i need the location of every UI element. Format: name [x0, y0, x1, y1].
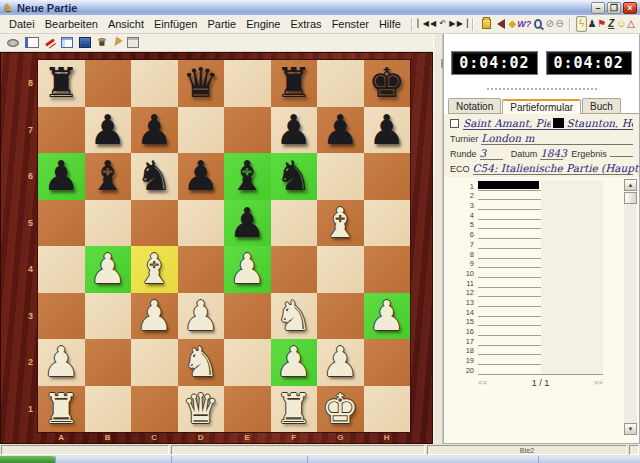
white-rook-f1: ♜: [275, 386, 312, 432]
main-content: ♛ 87654321 ♜♛♜♚♟♟♟♟♟♟♝♞♟♝♞♟♝♟♝♟♟♟♞♟♟♞♟♟♜…: [0, 34, 640, 444]
square-g1[interactable]: ♚: [317, 386, 364, 433]
square-a1[interactable]: ♜: [38, 386, 85, 433]
runde-value[interactable]: 3: [480, 147, 487, 159]
black-pawn-c7: ♟: [136, 107, 173, 153]
rank-labels: 87654321: [1, 60, 38, 432]
move-number: 18: [454, 346, 474, 355]
file-label-e: E: [224, 433, 271, 442]
tab-bar: Notation Partieformular Buch: [448, 98, 639, 114]
move-number: 14: [454, 308, 474, 317]
black-rook-a8: ♜: [43, 60, 80, 106]
forward-button[interactable]: ▶: [447, 17, 457, 31]
square-g8[interactable]: [317, 60, 364, 107]
eco-label: ECO: [450, 164, 470, 174]
minimize-button[interactable]: –: [591, 2, 605, 14]
file-label-f: F: [271, 433, 318, 442]
hint-icon[interactable]: W?: [517, 17, 531, 31]
back-button[interactable]: ◀: [428, 17, 438, 31]
square-c5[interactable]: [131, 200, 178, 247]
black-pawn-h7: ♟: [368, 107, 405, 153]
black-pawn-f7: ♟: [275, 107, 312, 153]
square-e6[interactable]: ♝: [224, 153, 271, 200]
turnier-value[interactable]: London m: [481, 132, 534, 144]
archive-icon[interactable]: [127, 37, 139, 48]
page-next-button[interactable]: >>: [594, 378, 603, 387]
square-a7[interactable]: [38, 107, 85, 154]
black-pawn-g7: ♟: [322, 107, 359, 153]
datum-label: Datum: [511, 149, 538, 159]
black-move-cell-20[interactable]: [541, 364, 604, 375]
app-window: ♞ Neue Partie – ❐ × Datei Bearbeiten Ans…: [0, 0, 640, 463]
white-queen-d1: ♛: [182, 386, 219, 432]
scroll-down-icon[interactable]: ▼: [624, 423, 637, 435]
white-pawn-f2: ♟: [275, 339, 312, 385]
white-player-name[interactable]: Saint Amant, Pierre Cha: [463, 117, 551, 129]
white-bishop-c4: ♝: [136, 246, 173, 292]
taskbar-button[interactable]: [539, 456, 640, 463]
square-f3[interactable]: ♞: [271, 293, 318, 340]
move-number: 6: [454, 230, 474, 239]
square-d4[interactable]: [178, 246, 225, 293]
square-c6[interactable]: ♞: [131, 153, 178, 200]
square-b7[interactable]: ♟: [85, 107, 132, 154]
square-b1[interactable]: [85, 386, 132, 433]
menu-fenster[interactable]: Fenster: [327, 17, 374, 31]
move-number: 16: [454, 327, 474, 336]
file-label-d: D: [178, 433, 225, 442]
square-a3[interactable]: [38, 293, 85, 340]
black-rook-f8: ♜: [275, 60, 312, 106]
menu-einfuegen[interactable]: Einfügen: [149, 17, 202, 31]
black-pawn-e5: ♟: [229, 200, 266, 246]
square-a8[interactable]: ♜: [38, 60, 85, 107]
notation-book-icon[interactable]: [25, 37, 39, 48]
square-g6[interactable]: [317, 153, 364, 200]
black-bishop-e6: ♝: [229, 153, 266, 199]
square-g7[interactable]: ♟: [317, 107, 364, 154]
square-b6[interactable]: ♝: [85, 153, 132, 200]
square-d3[interactable]: ♟: [178, 293, 225, 340]
toolbar-separator: [472, 18, 474, 31]
rank-label-4: 4: [1, 246, 38, 293]
file-label-b: B: [85, 433, 132, 442]
square-g5[interactable]: ♝: [317, 200, 364, 247]
square-g2[interactable]: ♟: [317, 339, 364, 386]
new-game-icon[interactable]: [482, 19, 491, 29]
clock-row: 0:04:02 0:04:02: [444, 50, 639, 76]
square-h3[interactable]: ♟: [364, 293, 411, 340]
square-h4[interactable]: [364, 246, 411, 293]
square-h2[interactable]: [364, 339, 411, 386]
white-pawn-e4: ♟: [229, 246, 266, 292]
square-e7[interactable]: [224, 107, 271, 154]
square-b8[interactable]: [85, 60, 132, 107]
restore-button[interactable]: ❐: [607, 2, 621, 14]
square-f7[interactable]: ♟: [271, 107, 318, 154]
file-label-a: A: [38, 433, 85, 442]
move-number: 11: [454, 279, 474, 288]
scrollbar-track[interactable]: [624, 204, 637, 423]
status-segment-right: [629, 445, 639, 455]
menu-ansicht[interactable]: Ansicht: [103, 17, 149, 31]
title-bar: ♞ Neue Partie – ❐ ×: [0, 0, 640, 15]
smiley-icon[interactable]: ☺: [616, 17, 626, 31]
pane-splitter[interactable]: [433, 34, 443, 444]
square-d6[interactable]: ♟: [178, 153, 225, 200]
white-rook-a1: ♜: [43, 386, 80, 432]
square-d5[interactable]: [178, 200, 225, 247]
move-number: 17: [454, 337, 474, 346]
square-a5[interactable]: [38, 200, 85, 247]
toolbar-separator: [411, 18, 413, 31]
black-player-name[interactable]: Staunton, Howard: [566, 117, 633, 129]
menu-bar: Datei Bearbeiten Ansicht Einfügen Partie…: [0, 15, 640, 34]
taskbar-button[interactable]: [308, 456, 538, 463]
square-d2[interactable]: ♞: [178, 339, 225, 386]
red-pen-icon[interactable]: [45, 38, 55, 46]
white-move-cell-20[interactable]: [478, 364, 541, 375]
square-h6[interactable]: [364, 153, 411, 200]
app-knight-icon: ♞: [3, 2, 13, 13]
square-h1[interactable]: [364, 386, 411, 433]
black-bishop-b6: ♝: [89, 153, 126, 199]
black-king-h8: ♚: [368, 60, 405, 106]
white-pawn-b4: ♟: [89, 246, 126, 292]
eco-value[interactable]: C54: Italienische Partie (Hauptvariante): [473, 162, 640, 174]
square-d1[interactable]: ♛: [178, 386, 225, 433]
move-number: 20: [454, 366, 474, 375]
move-number: 5: [454, 220, 474, 229]
square-b2[interactable]: [85, 339, 132, 386]
square-c1[interactable]: [131, 386, 178, 433]
white-pawn-d3: ♟: [182, 293, 219, 339]
turnier-label: Turnier: [450, 134, 478, 144]
triangle-icon[interactable]: △: [626, 17, 636, 31]
minus-icon[interactable]: ⊖: [555, 17, 565, 31]
game-form: Saint Amant, Pierre Cha Staunton, Howard…: [444, 114, 639, 177]
black-clock: 0:04:02: [546, 51, 632, 75]
white-king-g1: ♚: [322, 386, 359, 432]
players-checkbox[interactable]: [450, 119, 459, 128]
square-h5[interactable]: [364, 200, 411, 247]
square-c4[interactable]: ♝: [131, 246, 178, 293]
square-d7[interactable]: [178, 107, 225, 154]
square-c3[interactable]: ♟: [131, 293, 178, 340]
white-pawn-a2: ♟: [43, 339, 80, 385]
white-knight-f3: ♞: [275, 293, 312, 339]
window-title: Neue Partie: [17, 2, 589, 14]
menu-hilfe[interactable]: Hilfe: [374, 17, 406, 31]
square-b3[interactable]: [85, 293, 132, 340]
square-c7[interactable]: ♟: [131, 107, 178, 154]
rank-label-7: 7: [1, 107, 38, 154]
square-g4[interactable]: [317, 246, 364, 293]
square-c2[interactable]: [131, 339, 178, 386]
move-number: 15: [454, 317, 474, 326]
rank-label-6: 6: [1, 153, 38, 200]
move-row-20: 20: [454, 365, 603, 375]
runde-label: Runde: [450, 149, 477, 159]
file-label-c: C: [131, 433, 178, 442]
menu-partie[interactable]: Partie: [202, 17, 241, 31]
square-h7[interactable]: ♟: [364, 107, 411, 154]
toolbar-separator: [569, 18, 571, 31]
menu-engine[interactable]: Engine: [241, 17, 285, 31]
search-icon[interactable]: [534, 19, 542, 29]
goto-start-button[interactable]: ▏◀: [418, 17, 428, 31]
square-a2[interactable]: ♟: [38, 339, 85, 386]
square-c8[interactable]: [131, 60, 178, 107]
status-segment-left: [1, 445, 169, 455]
square-h8[interactable]: ♚: [364, 60, 411, 107]
move-number: 2: [454, 191, 474, 200]
white-pawn-h3: ♟: [368, 293, 405, 339]
square-e1[interactable]: [224, 386, 271, 433]
square-e5[interactable]: ♟: [224, 200, 271, 247]
window-layout-icon[interactable]: [61, 37, 73, 48]
board-grid: ♜♛♜♚♟♟♟♟♟♟♝♞♟♝♞♟♝♟♝♟♟♟♞♟♟♞♟♟♜♛♜♚: [38, 60, 410, 432]
square-b5[interactable]: [85, 200, 132, 247]
black-knight-c6: ♞: [136, 153, 173, 199]
notation-scrollbar[interactable]: ▲ ▼: [624, 179, 637, 435]
splitter-handle[interactable]: [487, 88, 597, 90]
white-clock-marker[interactable]: [441, 59, 443, 68]
move-number: 12: [454, 288, 474, 297]
blitz-lightning-icon[interactable]: ϟ: [576, 16, 588, 32]
white-bishop-g5: ♝: [322, 200, 359, 246]
move-number: 10: [454, 269, 474, 278]
datum-value[interactable]: 1843: [540, 147, 567, 159]
taskbar-button[interactable]: [172, 456, 307, 463]
menu-datei[interactable]: Datei: [4, 17, 40, 31]
black-queen-d8: ♛: [182, 60, 219, 106]
square-e8[interactable]: [224, 60, 271, 107]
start-button-sliver[interactable]: [0, 456, 55, 463]
takeback-icon[interactable]: ↶: [437, 17, 447, 31]
monitor-icon[interactable]: [79, 37, 91, 48]
rank-label-3: 3: [1, 293, 38, 340]
move-number: 19: [454, 356, 474, 365]
square-g3[interactable]: [317, 293, 364, 340]
taskbar-button[interactable]: [56, 456, 171, 463]
black-pawn-a6: ♟: [43, 153, 80, 199]
white-clock: 0:04:02: [451, 51, 537, 75]
ergebnis-label: Ergebnis: [571, 149, 607, 159]
square-e4[interactable]: ♟: [224, 246, 271, 293]
tab-buch[interactable]: Buch: [582, 98, 621, 113]
diamond-icon[interactable]: ◆: [508, 17, 518, 31]
pen-nib-icon[interactable]: [111, 37, 123, 49]
rank-label-1: 1: [1, 386, 38, 433]
board-frame: 87654321 ♜♛♜♚♟♟♟♟♟♟♝♞♟♝♞♟♝♟♝♟♟♟♞♟♟♞♟♟♜♛♜…: [0, 52, 433, 444]
rank-label-2: 2: [1, 339, 38, 386]
move-number: 9: [454, 259, 474, 268]
black-pawn-d6: ♟: [182, 153, 219, 199]
square-e2[interactable]: [224, 339, 271, 386]
white-knight-d2: ♞: [182, 339, 219, 385]
move-number: 8: [454, 250, 474, 259]
rank-label-5: 5: [1, 200, 38, 247]
forbidden-icon[interactable]: ⊘: [545, 17, 555, 31]
file-labels: ABCDEFGH: [38, 432, 410, 443]
edit-cursor: [553, 118, 564, 128]
close-button[interactable]: ×: [623, 2, 637, 14]
funnel-icon[interactable]: [497, 19, 505, 29]
square-f1[interactable]: ♜: [271, 386, 318, 433]
secondary-toolbar: ♛: [0, 34, 433, 52]
pawn-icon[interactable]: ♟: [587, 17, 597, 31]
scrollbar-thumb[interactable]: [624, 192, 637, 204]
menu-bearbeiten[interactable]: Bearbeiten: [40, 17, 103, 31]
tab-partieformular[interactable]: Partieformular: [502, 99, 581, 114]
queen-icon[interactable]: ♛: [97, 37, 107, 48]
eraser-icon[interactable]: [7, 39, 19, 47]
black-pawn-b7: ♟: [89, 107, 126, 153]
move-rows: 1234567891011121314151617181920: [454, 181, 603, 375]
tab-notation[interactable]: Notation: [448, 98, 501, 113]
white-pawn-g2: ♟: [322, 339, 359, 385]
taskbar-sliver: [0, 456, 640, 463]
board-pane: ♛ 87654321 ♜♛♜♚♟♟♟♟♟♟♝♞♟♝♞♟♝♟♝♟♟♟♞♟♟♞♟♟♜…: [0, 34, 433, 444]
square-e3[interactable]: [224, 293, 271, 340]
square-a6[interactable]: ♟: [38, 153, 85, 200]
move-number: 1: [454, 182, 474, 191]
notation-pane: 0:04:02 0:04:02 Notation Partieformular …: [443, 34, 640, 444]
square-b4[interactable]: ♟: [85, 246, 132, 293]
move-number: 3: [454, 201, 474, 210]
square-f4[interactable]: [271, 246, 318, 293]
file-label-h: H: [364, 433, 411, 442]
rank-label-8: 8: [1, 60, 38, 107]
page-prev-button[interactable]: <<: [478, 378, 487, 387]
move-number: 13: [454, 298, 474, 307]
move-number: 7: [454, 240, 474, 249]
goto-end-button[interactable]: ▶▕: [457, 17, 467, 31]
sheet-pager: << 1 / 1 >>: [454, 378, 603, 388]
square-f8[interactable]: ♜: [271, 60, 318, 107]
square-a4[interactable]: [38, 246, 85, 293]
square-f6[interactable]: ♞: [271, 153, 318, 200]
move-number: 4: [454, 211, 474, 220]
black-knight-f6: ♞: [275, 153, 312, 199]
square-f5[interactable]: [271, 200, 318, 247]
move-sheet: 1234567891011121314151617181920 << 1 / 1…: [444, 177, 639, 443]
file-label-g: G: [317, 433, 364, 442]
flag-icon[interactable]: ⚑: [597, 17, 607, 31]
status-bar: Bte2: [0, 444, 640, 456]
page-indicator: 1 / 1: [487, 378, 593, 388]
square-d8[interactable]: ♛: [178, 60, 225, 107]
status-segment-mid: [171, 445, 425, 455]
annotation-z-icon[interactable]: Z: [607, 17, 617, 31]
square-f2[interactable]: ♟: [271, 339, 318, 386]
scroll-up-icon[interactable]: ▲: [624, 179, 637, 191]
status-move-hint: Bte2: [427, 445, 627, 455]
current-move-cursor: [478, 181, 539, 189]
menu-extras[interactable]: Extras: [285, 17, 326, 31]
white-pawn-c3: ♟: [136, 293, 173, 339]
